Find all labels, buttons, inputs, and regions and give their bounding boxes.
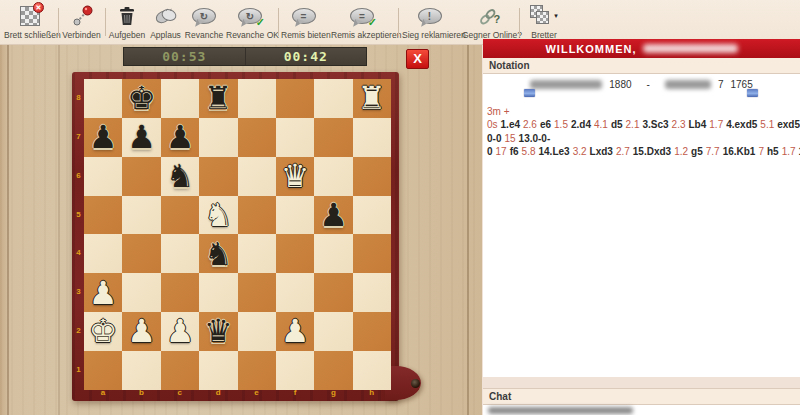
chess-board: ♚♜♜♟♟♟♞♛♞♟♞♟♚♟♟♛♟ 87654321 abcdefgh: [72, 72, 399, 401]
white-queen-f6: ♛: [281, 157, 310, 195]
move-time: 5.1: [760, 119, 774, 130]
square-a3[interactable]: ♟: [84, 273, 122, 312]
black-pawn-c7: ♟: [166, 118, 195, 156]
black-player-name-suffix: 7: [718, 79, 724, 90]
chevron-down-icon: ▾: [554, 12, 558, 20]
toolbar-label: Revanche OK: [226, 30, 274, 40]
square-g5[interactable]: ♟: [314, 196, 352, 235]
applause-icon: [153, 3, 179, 29]
square-a8[interactable]: [84, 79, 122, 118]
square-g3[interactable]: [314, 273, 352, 312]
move-time: 1.5: [554, 119, 568, 130]
rank-label-5: 5: [74, 210, 83, 219]
square-d5[interactable]: ♞: [199, 196, 237, 235]
square-a5[interactable]: [84, 196, 122, 235]
square-f8[interactable]: [276, 79, 314, 118]
toolbar-label: Remis akzeptieren: [331, 30, 393, 40]
square-f5[interactable]: [276, 196, 314, 235]
move-time: 5.8: [522, 146, 536, 157]
toolbar-button-applause[interactable]: Applaus: [149, 2, 182, 44]
white-pawn-f2: ♟: [281, 312, 310, 350]
square-b3[interactable]: [122, 273, 160, 312]
file-label-a: a: [97, 388, 109, 397]
move-token[interactable]: exd5: [777, 119, 800, 130]
connect-icon: [69, 3, 95, 29]
square-c8[interactable]: [161, 79, 199, 118]
move-token[interactable]: 4.exd5: [726, 119, 757, 130]
rank-label-7: 7: [74, 132, 83, 141]
square-c6[interactable]: ♞: [161, 157, 199, 196]
move-token[interactable]: Lb4: [689, 119, 707, 130]
black-pawn-b7: ♟: [127, 118, 156, 156]
chess-app-window: ✕ Brett schließen Verbinden Aufgeben: [0, 0, 800, 415]
redacted-black-player-name: [665, 80, 711, 89]
move-time: 4.1: [594, 119, 608, 130]
move-time: 7.7: [706, 146, 720, 157]
move-time: 15: [504, 133, 515, 144]
toolbar-button-claim-win[interactable]: ! Sieg reklamieren: [402, 2, 457, 44]
square-a6[interactable]: [84, 157, 122, 196]
square-b2[interactable]: ♟: [122, 312, 160, 351]
square-e6[interactable]: [238, 157, 276, 196]
move-time: 3.2: [573, 146, 587, 157]
toolbar-label: Brett schließen: [4, 30, 56, 40]
square-f6[interactable]: ♛: [276, 157, 314, 196]
black-knight-c6: ♞: [166, 157, 195, 195]
square-g2[interactable]: [314, 312, 352, 351]
clock-black: 00:42: [246, 48, 367, 65]
toolbar-separator: [398, 8, 399, 36]
square-g7[interactable]: [314, 118, 352, 157]
toolbar-button-boards[interactable]: ▾ Bretter: [522, 2, 566, 44]
file-label-d: d: [212, 388, 224, 397]
redacted-chat-message: [488, 407, 633, 414]
file-label-g: g: [327, 388, 339, 397]
move-token[interactable]: d5: [611, 119, 623, 130]
bubble-exclaim-icon: !: [418, 8, 442, 24]
square-b1[interactable]: [122, 351, 160, 390]
square-a4[interactable]: [84, 234, 122, 273]
square-g6[interactable]: [314, 157, 352, 196]
welcome-banner: WILLKOMMEN,: [483, 39, 800, 58]
square-g1[interactable]: [314, 351, 352, 390]
white-player-rating: 1880: [609, 79, 631, 90]
move-time: 17: [496, 146, 507, 157]
square-a2[interactable]: ♚: [84, 312, 122, 351]
toolbar-label: Sieg reklamieren: [402, 30, 457, 40]
move-time: 1.2: [674, 146, 688, 157]
move-token[interactable]: 2.d4: [571, 119, 591, 130]
svg-text:?: ?: [493, 13, 500, 25]
square-e4[interactable]: [238, 234, 276, 273]
square-c7[interactable]: ♟: [161, 118, 199, 157]
toolbar-separator: [519, 8, 520, 36]
rank-label-1: 1: [74, 365, 83, 374]
rank-label-8: 8: [74, 93, 83, 102]
square-a1[interactable]: [84, 351, 122, 390]
square-c2[interactable]: ♟: [161, 312, 199, 351]
square-d2[interactable]: ♛: [199, 312, 237, 351]
toolbar-button-opponent-online[interactable]: ? Gegner Online?: [462, 2, 515, 44]
move-time: 2.7: [616, 146, 630, 157]
file-label-h: h: [366, 388, 378, 397]
square-e5[interactable]: [238, 196, 276, 235]
clock-bar: 00:53 00:42: [123, 47, 367, 66]
white-pawn-c2: ♟: [166, 312, 195, 350]
notation-header: Notation: [483, 58, 800, 74]
square-b5[interactable]: [122, 196, 160, 235]
black-king-b8: ♚: [127, 79, 156, 117]
square-b4[interactable]: [122, 234, 160, 273]
toolbar-button-resign[interactable]: Aufgeben: [107, 2, 147, 44]
toolbar-label: Revanche: [184, 30, 224, 40]
square-f1[interactable]: [276, 351, 314, 390]
bubble-equal-icon: =: [292, 8, 316, 24]
toolbar-button-rematch[interactable]: ↻ Revanche: [184, 2, 224, 44]
toolbar-button-offer-draw[interactable]: = Remis bieten: [281, 2, 326, 44]
toolbar-label: Verbinden: [60, 30, 103, 40]
rank-label-3: 3: [74, 287, 83, 296]
move-time: 2.3: [672, 119, 686, 130]
move-token[interactable]: 16.Kb1: [723, 146, 756, 157]
square-c5[interactable]: [161, 196, 199, 235]
move-token[interactable]: e6: [540, 119, 551, 130]
white-pawn-a3: ♟: [89, 274, 118, 312]
square-e7[interactable]: [238, 118, 276, 157]
board-close-icon: ✕: [20, 6, 40, 26]
square-b7[interactable]: ♟: [122, 118, 160, 157]
square-g4[interactable]: [314, 234, 352, 273]
square-d6[interactable]: [199, 157, 237, 196]
board-corner-hole: [411, 379, 420, 388]
white-player-flag-icon: [524, 89, 535, 97]
redacted-user-name: [643, 44, 738, 53]
move-time: 2.6: [523, 119, 537, 130]
move-token[interactable]: Lxd3: [590, 146, 613, 157]
square-h4[interactable]: [353, 234, 391, 273]
square-e1[interactable]: [238, 351, 276, 390]
square-c1[interactable]: [161, 351, 199, 390]
square-h3[interactable]: [353, 273, 391, 312]
desk-plank-seam: [467, 45, 469, 415]
rank-label-2: 2: [74, 326, 83, 335]
square-h8[interactable]: ♜: [353, 79, 391, 118]
move-time: 1.7: [709, 119, 723, 130]
black-rook-d8: ♜: [204, 79, 233, 117]
toolbar-label: Applaus: [149, 30, 182, 40]
trash-icon: [114, 3, 140, 29]
move-token[interactable]: f6: [510, 146, 519, 157]
black-queen-d2: ♛: [204, 312, 233, 350]
move-list: 3m + 0s1.e42.6e61.52.d44.1d52.13.Sc32.3L…: [487, 105, 796, 159]
toolbar-button-accept-draw[interactable]: =✓ Remis akzeptieren: [331, 2, 393, 44]
toolbar-button-connect[interactable]: Verbinden: [60, 2, 103, 44]
black-pawn-a7: ♟: [89, 118, 118, 156]
square-d3[interactable]: [199, 273, 237, 312]
boards-icon: [530, 5, 552, 27]
players-separator: -: [647, 79, 650, 90]
square-f3[interactable]: [276, 273, 314, 312]
toolbar-separator: [105, 8, 106, 36]
rank-label-4: 4: [74, 248, 83, 257]
chat-header: Chat: [483, 388, 800, 405]
toolbar-separator: [278, 8, 279, 36]
move-time: 2.1: [626, 119, 640, 130]
square-e3[interactable]: [238, 273, 276, 312]
notation-panel: 1880 - 7 1765 3m + 0s1.e42.6e61.52.d44.1…: [483, 74, 800, 377]
rank-label-6: 6: [74, 171, 83, 180]
clock-white: 00:53: [124, 48, 246, 65]
move-token[interactable]: g5: [691, 146, 703, 157]
square-c4[interactable]: [161, 234, 199, 273]
toolbar-label: Aufgeben: [107, 30, 147, 40]
move-token[interactable]: 1.e4: [501, 119, 520, 130]
square-f2[interactable]: ♟: [276, 312, 314, 351]
square-h1[interactable]: [353, 351, 391, 390]
file-label-b: b: [135, 388, 147, 397]
white-rook-h8: ♜: [358, 79, 387, 117]
chat-body: [483, 405, 800, 415]
black-player-flag-icon: [747, 89, 758, 97]
toolbar-separator: [58, 8, 59, 36]
move-token[interactable]: 15.Dxd3: [633, 146, 671, 157]
redacted-white-player-name: [530, 80, 602, 89]
move-time: 1.7: [782, 146, 796, 157]
white-pawn-b2: ♟: [127, 312, 156, 350]
square-b8[interactable]: ♚: [122, 79, 160, 118]
chain-question-icon: ?: [476, 3, 502, 29]
square-d4[interactable]: ♞: [199, 234, 237, 273]
bubble-equal-check-icon: =✓: [350, 8, 374, 24]
square-f7[interactable]: [276, 118, 314, 157]
file-label-c: c: [174, 388, 186, 397]
file-label-f: f: [289, 388, 301, 397]
bubble-replay-check-icon: ↻✓: [238, 8, 262, 24]
bubble-replay-icon: ↻: [192, 8, 216, 24]
white-king-a2: ♚: [89, 312, 118, 350]
square-c3[interactable]: [161, 273, 199, 312]
square-d1[interactable]: [199, 351, 237, 390]
square-h6[interactable]: [353, 157, 391, 196]
file-label-e: e: [251, 388, 263, 397]
square-b6[interactable]: [122, 157, 160, 196]
toolbar-button-close-board[interactable]: ✕ Brett schließen: [4, 2, 56, 44]
black-pawn-g5: ♟: [319, 196, 348, 234]
square-g8[interactable]: [314, 79, 352, 118]
move-token[interactable]: h5: [767, 146, 779, 157]
toolbar-button-rematch-ok[interactable]: ↻✓ Revanche OK: [226, 2, 274, 44]
board-squares: ♚♜♜♟♟♟♞♛♞♟♞♟♚♟♟♛♟: [84, 79, 391, 390]
move-time: 7: [758, 146, 764, 157]
square-h7[interactable]: [353, 118, 391, 157]
toolbar-label: Remis bieten: [281, 30, 326, 40]
square-a7[interactable]: ♟: [84, 118, 122, 157]
desk-plank-seam: [7, 45, 9, 415]
square-f4[interactable]: [276, 234, 314, 273]
square-d8[interactable]: ♜: [199, 79, 237, 118]
square-h2[interactable]: [353, 312, 391, 351]
welcome-text: WILLKOMMEN,: [545, 43, 636, 55]
square-e2[interactable]: [238, 312, 276, 351]
black-knight-d4: ♞: [204, 235, 233, 273]
move-token[interactable]: 14.Le3: [539, 146, 570, 157]
move-token[interactable]: 3.Sc3: [642, 119, 668, 130]
square-h5[interactable]: [353, 196, 391, 235]
square-d7[interactable]: [199, 118, 237, 157]
square-e8[interactable]: [238, 79, 276, 118]
white-knight-d5: ♞: [204, 196, 233, 234]
close-board-button[interactable]: X: [406, 49, 429, 69]
desk-plank-seam: [58, 45, 60, 415]
